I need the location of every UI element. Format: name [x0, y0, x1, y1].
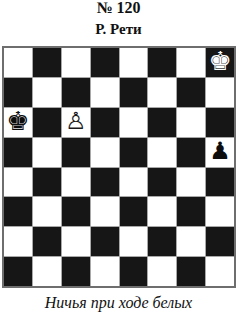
author-name: Р. Рети: [0, 19, 237, 39]
square-e5: [120, 138, 148, 167]
square-c7: [62, 78, 90, 107]
square-g7: [177, 78, 205, 107]
square-d4: [91, 168, 119, 197]
square-d3: [91, 197, 119, 226]
square-e1: [120, 257, 148, 286]
square-f6: [148, 108, 176, 137]
square-e7: [120, 78, 148, 107]
black-king-a6: ♚: [6, 108, 29, 134]
square-g2: [177, 227, 205, 256]
square-f4: [148, 168, 176, 197]
square-e6: [120, 108, 148, 137]
square-f5: [148, 138, 176, 167]
square-d6: [91, 108, 119, 137]
square-a4: [4, 168, 32, 197]
square-a6: ♚: [4, 108, 32, 137]
square-g4: [177, 168, 205, 197]
square-c2: [62, 227, 90, 256]
square-a2: [4, 227, 32, 256]
problem-number: № 120: [0, 0, 237, 18]
square-c4: [62, 168, 90, 197]
black-pawn-h5: ♟: [209, 139, 231, 163]
square-d5: [91, 138, 119, 167]
square-h3: [206, 197, 234, 226]
square-g6: [177, 108, 205, 137]
square-h6: [206, 108, 234, 137]
square-d1: [91, 257, 119, 286]
square-f7: [148, 78, 176, 107]
square-b6: [33, 108, 61, 137]
square-b5: [33, 138, 61, 167]
square-c5: [62, 138, 90, 167]
square-f8: [148, 48, 176, 77]
square-b4: [33, 168, 61, 197]
square-g3: [177, 197, 205, 226]
caption-stipulation: Ничья при ходе белых: [0, 294, 237, 312]
square-d8: [91, 48, 119, 77]
square-e3: [120, 197, 148, 226]
square-a7: [4, 78, 32, 107]
square-a3: [4, 197, 32, 226]
square-a8: [4, 48, 32, 77]
chess-board: ♚♚♙♟: [2, 46, 236, 288]
square-e4: [120, 168, 148, 197]
square-c8: [62, 48, 90, 77]
square-e8: [120, 48, 148, 77]
square-g8: [177, 48, 205, 77]
square-a1: [4, 257, 32, 286]
square-b1: [33, 257, 61, 286]
square-f2: [148, 227, 176, 256]
square-d7: [91, 78, 119, 107]
square-h8: ♚: [206, 48, 234, 77]
white-pawn-c6: ♙: [65, 109, 87, 133]
square-f1: [148, 257, 176, 286]
square-g1: [177, 257, 205, 286]
square-a5: [4, 138, 32, 167]
square-d2: [91, 227, 119, 256]
square-b8: [33, 48, 61, 77]
square-h7: [206, 78, 234, 107]
square-c3: [62, 197, 90, 226]
square-b2: [33, 227, 61, 256]
square-g5: [177, 138, 205, 167]
square-b7: [33, 78, 61, 107]
square-c6: ♙: [62, 108, 90, 137]
white-king-h8: ♚: [208, 48, 231, 74]
square-h5: ♟: [206, 138, 234, 167]
square-h1: [206, 257, 234, 286]
square-b3: [33, 197, 61, 226]
square-h4: [206, 168, 234, 197]
square-c1: [62, 257, 90, 286]
square-f3: [148, 197, 176, 226]
square-h2: [206, 227, 234, 256]
square-e2: [120, 227, 148, 256]
